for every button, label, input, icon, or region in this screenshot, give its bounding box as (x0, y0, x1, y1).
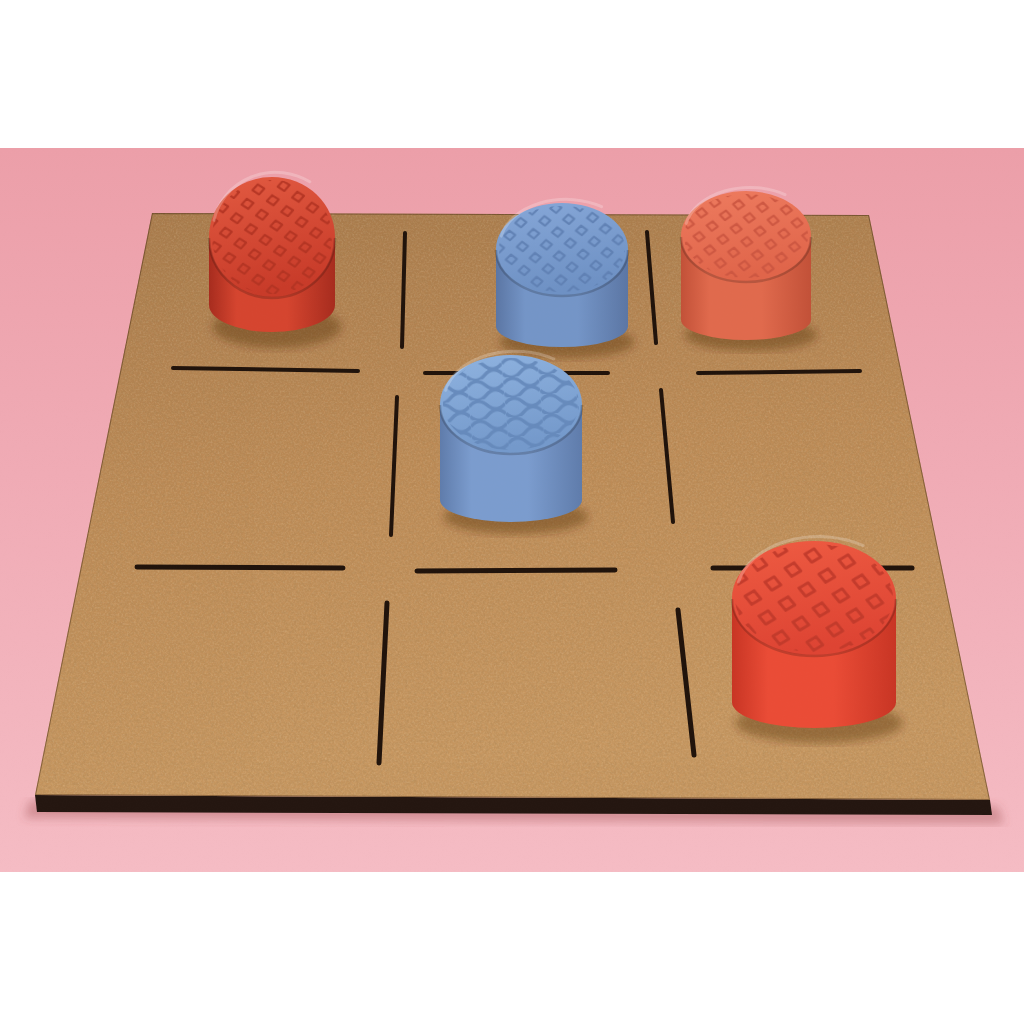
white-frame-top (0, 0, 1024, 148)
screenshot (0, 0, 1024, 1024)
board-cell-grid (35, 213, 990, 800)
cell-r1c1[interactable] (35, 213, 350, 371)
cell-r2c3[interactable] (665, 371, 990, 571)
white-frame-bottom (0, 872, 1024, 1024)
cell-r1c2[interactable] (350, 213, 665, 371)
cell-r3c2[interactable] (350, 571, 665, 800)
cell-r3c1[interactable] (35, 571, 350, 800)
cell-r3c3[interactable] (665, 571, 990, 800)
cell-r2c2[interactable] (350, 371, 665, 571)
cell-r1c3[interactable] (665, 213, 990, 371)
cell-r2c1[interactable] (35, 371, 350, 571)
photo-area (0, 148, 1024, 872)
